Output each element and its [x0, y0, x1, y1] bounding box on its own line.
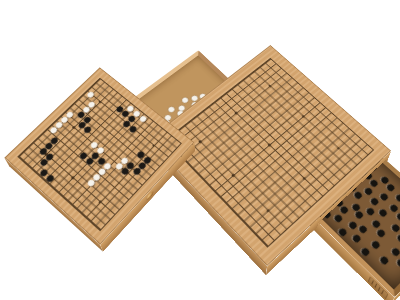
loose-black-stone: ● [363, 205, 375, 217]
go-stone-black: ● [141, 155, 153, 166]
go-stone-black: ● [131, 166, 143, 177]
loose-black-stone: ● [393, 192, 400, 204]
go-stone-black: ● [84, 156, 96, 167]
loose-black-stone: ● [368, 177, 380, 188]
loose-black-stone: ● [387, 202, 399, 214]
loose-black-stone: ● [374, 227, 387, 239]
go-stone-black: ● [82, 125, 93, 135]
hoshi-point [98, 200, 102, 204]
go-stone-white: ● [113, 161, 125, 172]
loose-black-stone: ● [358, 245, 371, 258]
loose-black-stone: ● [346, 219, 359, 231]
go-stone-black: ● [44, 173, 56, 184]
hoshi-point [44, 153, 48, 156]
go-stone-black: ● [38, 157, 50, 168]
loose-black-stone: ● [332, 212, 345, 224]
loose-black-stone: ● [350, 232, 363, 244]
loose-black-stone: ● [369, 217, 382, 229]
loose-black-stone: ● [389, 222, 400, 234]
loose-black-stone: ● [352, 189, 364, 201]
hoshi-point [302, 177, 306, 180]
go-stone-black: ● [136, 160, 148, 171]
loose-black-stone: ● [394, 210, 400, 222]
loose-black-stone: ● [384, 181, 396, 192]
go-stone-black: ● [95, 155, 107, 166]
hoshi-point [336, 147, 340, 150]
loose-black-stone: ● [376, 206, 389, 218]
go-stone-black: ● [89, 150, 100, 161]
hoshi-point [266, 209, 270, 213]
loose-black-stone: ● [367, 195, 379, 207]
go-stone-black: ● [125, 160, 137, 171]
go-stone-black: ● [127, 124, 138, 134]
loose-black-stone: ● [377, 253, 390, 266]
go-stone-white: ● [85, 177, 97, 188]
loose-black-stone: ● [388, 245, 400, 258]
loose-black-stone: ● [362, 185, 374, 196]
go-stone-white: ● [85, 90, 96, 100]
loose-black-stone: ● [349, 201, 361, 213]
go-stone-black: ● [43, 151, 54, 162]
go-stone-white: ● [118, 155, 130, 166]
go-stone-white: ● [137, 113, 148, 123]
hoshi-point [126, 171, 130, 174]
loose-black-stone: ● [394, 256, 400, 269]
loose-black-stone: ● [369, 238, 382, 251]
board-drawer-knob [146, 190, 153, 200]
loose-black-stone: ● [395, 232, 400, 244]
go-stone-black: ● [119, 166, 131, 177]
loose-black-stone: ● [335, 225, 348, 237]
loose-black-stone: ● [352, 208, 365, 220]
go-set-product-photo: ●●●●●●●●●●●●●●●●●●●● ●●●●●●●●●●●●●●●●●●●… [0, 0, 400, 300]
go-stone-black: ● [135, 149, 146, 160]
loose-black-stone: ● [338, 204, 350, 216]
go-stone-black: ● [78, 150, 89, 161]
go-stone-white: ● [91, 172, 103, 183]
hoshi-point [231, 173, 235, 176]
loose-black-stone: ● [378, 174, 390, 185]
loose-black-stone: ● [377, 190, 389, 202]
loose-black-stone: ● [356, 222, 369, 234]
go-stone-white: ● [96, 166, 108, 177]
go-stone-black: ● [38, 167, 50, 178]
hoshi-point [71, 176, 75, 179]
go-stone-white: ● [101, 161, 113, 172]
go-stone-white: ● [95, 145, 106, 156]
